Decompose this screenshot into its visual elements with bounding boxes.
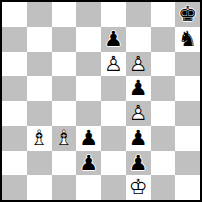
black-pawn-f3: ♟ — [126, 126, 151, 151]
square-f7[interactable] — [126, 27, 151, 52]
black-pawn-e7: ♟ — [101, 27, 126, 52]
square-d3[interactable]: ♟ — [76, 126, 101, 151]
white-pawn-f6: ♟♙ — [126, 52, 151, 77]
square-b2[interactable] — [27, 151, 52, 176]
square-d1[interactable] — [76, 175, 101, 200]
white-piece-outline-layer: ♗ — [52, 126, 77, 151]
square-f4[interactable]: ♟♙ — [126, 101, 151, 126]
square-e4[interactable] — [101, 101, 126, 126]
white-bishop-b3: ♝♗ — [27, 126, 52, 151]
square-g4[interactable] — [151, 101, 176, 126]
square-c1[interactable] — [52, 175, 77, 200]
chess-board: ♚♟♞♟♙♟♙♟♟♙♝♗♝♗♟♟♟♟♚♔ — [2, 2, 200, 200]
white-piece-outline-layer: ♙ — [126, 52, 151, 77]
square-f5[interactable]: ♟ — [126, 76, 151, 101]
square-h6[interactable] — [175, 52, 200, 77]
square-g3[interactable] — [151, 126, 176, 151]
square-c3[interactable]: ♝♗ — [52, 126, 77, 151]
square-e8[interactable] — [101, 2, 126, 27]
white-king-f1: ♚♔ — [126, 175, 151, 200]
square-g8[interactable] — [151, 2, 176, 27]
square-e3[interactable] — [101, 126, 126, 151]
square-b1[interactable] — [27, 175, 52, 200]
square-b5[interactable] — [27, 76, 52, 101]
black-pawn-d3: ♟ — [76, 126, 101, 151]
square-e1[interactable] — [101, 175, 126, 200]
square-g1[interactable] — [151, 175, 176, 200]
square-d4[interactable] — [76, 101, 101, 126]
black-pawn-f5: ♟ — [126, 76, 151, 101]
white-pawn-e6: ♟♙ — [101, 52, 126, 77]
square-a2[interactable] — [2, 151, 27, 176]
square-d2[interactable]: ♟ — [76, 151, 101, 176]
square-b8[interactable] — [27, 2, 52, 27]
square-h5[interactable] — [175, 76, 200, 101]
square-f2[interactable]: ♟ — [126, 151, 151, 176]
square-h3[interactable] — [175, 126, 200, 151]
square-c8[interactable] — [52, 2, 77, 27]
square-g6[interactable] — [151, 52, 176, 77]
square-d8[interactable] — [76, 2, 101, 27]
square-c7[interactable] — [52, 27, 77, 52]
white-pawn-f4: ♟♙ — [126, 101, 151, 126]
square-b7[interactable] — [27, 27, 52, 52]
black-pawn-f2: ♟ — [126, 151, 151, 176]
square-d7[interactable] — [76, 27, 101, 52]
white-piece-outline-layer: ♙ — [126, 101, 151, 126]
white-piece-outline-layer: ♙ — [101, 52, 126, 77]
square-b4[interactable] — [27, 101, 52, 126]
square-d5[interactable] — [76, 76, 101, 101]
square-d6[interactable] — [76, 52, 101, 77]
square-f6[interactable]: ♟♙ — [126, 52, 151, 77]
white-piece-outline-layer: ♗ — [27, 126, 52, 151]
chess-board-frame: ♚♟♞♟♙♟♙♟♟♙♝♗♝♗♟♟♟♟♚♔ — [0, 0, 202, 202]
square-h7[interactable]: ♞ — [175, 27, 200, 52]
square-a8[interactable] — [2, 2, 27, 27]
square-g5[interactable] — [151, 76, 176, 101]
square-a4[interactable] — [2, 101, 27, 126]
square-h1[interactable] — [175, 175, 200, 200]
black-pawn-d2: ♟ — [76, 151, 101, 176]
square-h8[interactable]: ♚ — [175, 2, 200, 27]
square-g2[interactable] — [151, 151, 176, 176]
square-h4[interactable] — [175, 101, 200, 126]
white-piece-outline-layer: ♔ — [126, 175, 151, 200]
square-a3[interactable] — [2, 126, 27, 151]
square-c5[interactable] — [52, 76, 77, 101]
square-c6[interactable] — [52, 52, 77, 77]
square-h2[interactable] — [175, 151, 200, 176]
square-a7[interactable] — [2, 27, 27, 52]
square-a1[interactable] — [2, 175, 27, 200]
square-b6[interactable] — [27, 52, 52, 77]
square-e7[interactable]: ♟ — [101, 27, 126, 52]
square-a5[interactable] — [2, 76, 27, 101]
square-a6[interactable] — [2, 52, 27, 77]
square-g7[interactable] — [151, 27, 176, 52]
black-knight-h7: ♞ — [175, 27, 200, 52]
square-f3[interactable]: ♟ — [126, 126, 151, 151]
square-e5[interactable] — [101, 76, 126, 101]
square-e6[interactable]: ♟♙ — [101, 52, 126, 77]
square-c4[interactable] — [52, 101, 77, 126]
square-f1[interactable]: ♚♔ — [126, 175, 151, 200]
square-b3[interactable]: ♝♗ — [27, 126, 52, 151]
square-f8[interactable] — [126, 2, 151, 27]
black-king-h8: ♚ — [175, 2, 200, 27]
square-e2[interactable] — [101, 151, 126, 176]
white-bishop-c3: ♝♗ — [52, 126, 77, 151]
square-c2[interactable] — [52, 151, 77, 176]
